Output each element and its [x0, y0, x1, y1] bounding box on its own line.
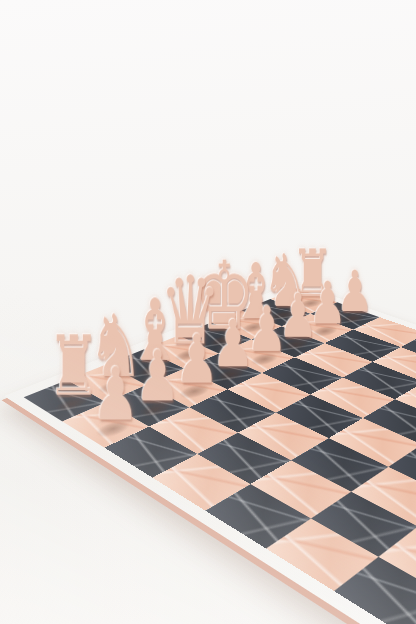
- piece-pink-pawn: ♟: [135, 344, 181, 411]
- piece-pink-pawn: ♟: [175, 328, 219, 392]
- piece-pink-pawn: ♟: [92, 361, 140, 431]
- studio-background: ♜♞♝♛♚♝♞♜♟♟♟♟♟♟♟♟: [0, 0, 416, 624]
- chess-board: ♜♞♝♛♚♝♞♜♟♟♟♟♟♟♟♟: [4, 283, 416, 624]
- board-squares: ♜♞♝♛♚♝♞♜♟♟♟♟♟♟♟♟: [24, 288, 416, 624]
- square-a7: [334, 557, 416, 624]
- square-e3: [262, 358, 342, 395]
